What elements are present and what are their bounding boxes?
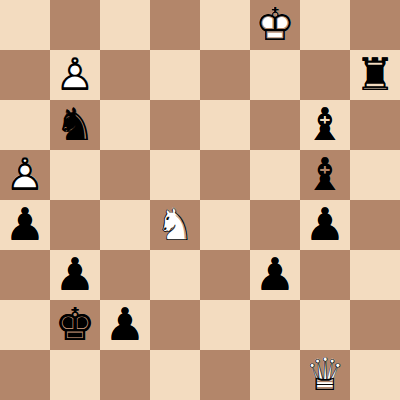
white-queen-outline-icon: ♕: [300, 350, 350, 400]
black-bishop-outline-icon: ♗: [300, 150, 350, 200]
white-pawn[interactable]: ♟♙: [0, 150, 50, 200]
square-b3[interactable]: ♟♙: [50, 250, 100, 300]
square-d7[interactable]: [150, 50, 200, 100]
square-c2[interactable]: ♟♙: [100, 300, 150, 350]
square-h7[interactable]: ♜♖: [350, 50, 400, 100]
white-king-outline-icon: ♔: [250, 0, 300, 50]
square-f7[interactable]: [250, 50, 300, 100]
square-h6[interactable]: [350, 100, 400, 150]
square-b2[interactable]: ♚♔: [50, 300, 100, 350]
black-king[interactable]: ♚♔: [50, 300, 100, 350]
square-c3[interactable]: [100, 250, 150, 300]
square-a2[interactable]: [0, 300, 50, 350]
square-g8[interactable]: [300, 0, 350, 50]
square-f4[interactable]: [250, 200, 300, 250]
square-e4[interactable]: [200, 200, 250, 250]
square-d1[interactable]: [150, 350, 200, 400]
square-e6[interactable]: [200, 100, 250, 150]
square-d4[interactable]: ♞♘: [150, 200, 200, 250]
square-e7[interactable]: [200, 50, 250, 100]
black-knight[interactable]: ♞♘: [50, 100, 100, 150]
black-pawn-outline-icon: ♙: [100, 300, 150, 350]
white-king[interactable]: ♚♔: [250, 0, 300, 50]
white-pawn[interactable]: ♟♙: [50, 50, 100, 100]
black-pawn[interactable]: ♟♙: [100, 300, 150, 350]
square-h3[interactable]: [350, 250, 400, 300]
black-pawn-outline-icon: ♙: [300, 200, 350, 250]
square-g7[interactable]: [300, 50, 350, 100]
black-bishop-outline-icon: ♗: [300, 100, 350, 150]
black-bishop[interactable]: ♝♗: [300, 150, 350, 200]
square-g1[interactable]: ♛♕: [300, 350, 350, 400]
black-rook[interactable]: ♜♖: [350, 50, 400, 100]
square-g4[interactable]: ♟♙: [300, 200, 350, 250]
black-pawn-outline-icon: ♙: [0, 200, 50, 250]
chess-board: ♚♔♟♙♜♖♞♘♝♗♟♙♝♗♟♙♞♘♟♙♟♙♟♙♚♔♟♙♛♕: [0, 0, 400, 400]
square-a8[interactable]: [0, 0, 50, 50]
square-b7[interactable]: ♟♙: [50, 50, 100, 100]
square-b1[interactable]: [50, 350, 100, 400]
white-knight-outline-icon: ♘: [150, 200, 200, 250]
white-knight[interactable]: ♞♘: [150, 200, 200, 250]
square-f8[interactable]: ♚♔: [250, 0, 300, 50]
square-h5[interactable]: [350, 150, 400, 200]
square-g5[interactable]: ♝♗: [300, 150, 350, 200]
square-g3[interactable]: [300, 250, 350, 300]
square-b6[interactable]: ♞♘: [50, 100, 100, 150]
square-f3[interactable]: ♟♙: [250, 250, 300, 300]
square-f2[interactable]: [250, 300, 300, 350]
black-pawn[interactable]: ♟♙: [300, 200, 350, 250]
square-d8[interactable]: [150, 0, 200, 50]
black-pawn[interactable]: ♟♙: [0, 200, 50, 250]
square-e3[interactable]: [200, 250, 250, 300]
square-c5[interactable]: [100, 150, 150, 200]
square-f1[interactable]: [250, 350, 300, 400]
square-b4[interactable]: [50, 200, 100, 250]
black-pawn[interactable]: ♟♙: [50, 250, 100, 300]
white-queen[interactable]: ♛♕: [300, 350, 350, 400]
black-pawn-outline-icon: ♙: [250, 250, 300, 300]
square-d6[interactable]: [150, 100, 200, 150]
square-c8[interactable]: [100, 0, 150, 50]
square-h8[interactable]: [350, 0, 400, 50]
square-a1[interactable]: [0, 350, 50, 400]
black-king-outline-icon: ♔: [50, 300, 100, 350]
square-h4[interactable]: [350, 200, 400, 250]
black-pawn-outline-icon: ♙: [50, 250, 100, 300]
square-e8[interactable]: [200, 0, 250, 50]
square-e2[interactable]: [200, 300, 250, 350]
square-c6[interactable]: [100, 100, 150, 150]
square-a6[interactable]: [0, 100, 50, 150]
square-d5[interactable]: [150, 150, 200, 200]
square-b8[interactable]: [50, 0, 100, 50]
black-bishop[interactable]: ♝♗: [300, 100, 350, 150]
white-pawn-outline-icon: ♙: [0, 150, 50, 200]
square-g2[interactable]: [300, 300, 350, 350]
square-d2[interactable]: [150, 300, 200, 350]
square-e5[interactable]: [200, 150, 250, 200]
square-c1[interactable]: [100, 350, 150, 400]
square-h2[interactable]: [350, 300, 400, 350]
square-c7[interactable]: [100, 50, 150, 100]
square-f6[interactable]: [250, 100, 300, 150]
square-a3[interactable]: [0, 250, 50, 300]
black-rook-outline-icon: ♖: [350, 50, 400, 100]
square-e1[interactable]: [200, 350, 250, 400]
black-knight-outline-icon: ♘: [50, 100, 100, 150]
square-a4[interactable]: ♟♙: [0, 200, 50, 250]
square-a7[interactable]: [0, 50, 50, 100]
square-d3[interactable]: [150, 250, 200, 300]
square-f5[interactable]: [250, 150, 300, 200]
black-pawn[interactable]: ♟♙: [250, 250, 300, 300]
square-b5[interactable]: [50, 150, 100, 200]
square-a5[interactable]: ♟♙: [0, 150, 50, 200]
square-g6[interactable]: ♝♗: [300, 100, 350, 150]
square-h1[interactable]: [350, 350, 400, 400]
white-pawn-outline-icon: ♙: [50, 50, 100, 100]
square-c4[interactable]: [100, 200, 150, 250]
